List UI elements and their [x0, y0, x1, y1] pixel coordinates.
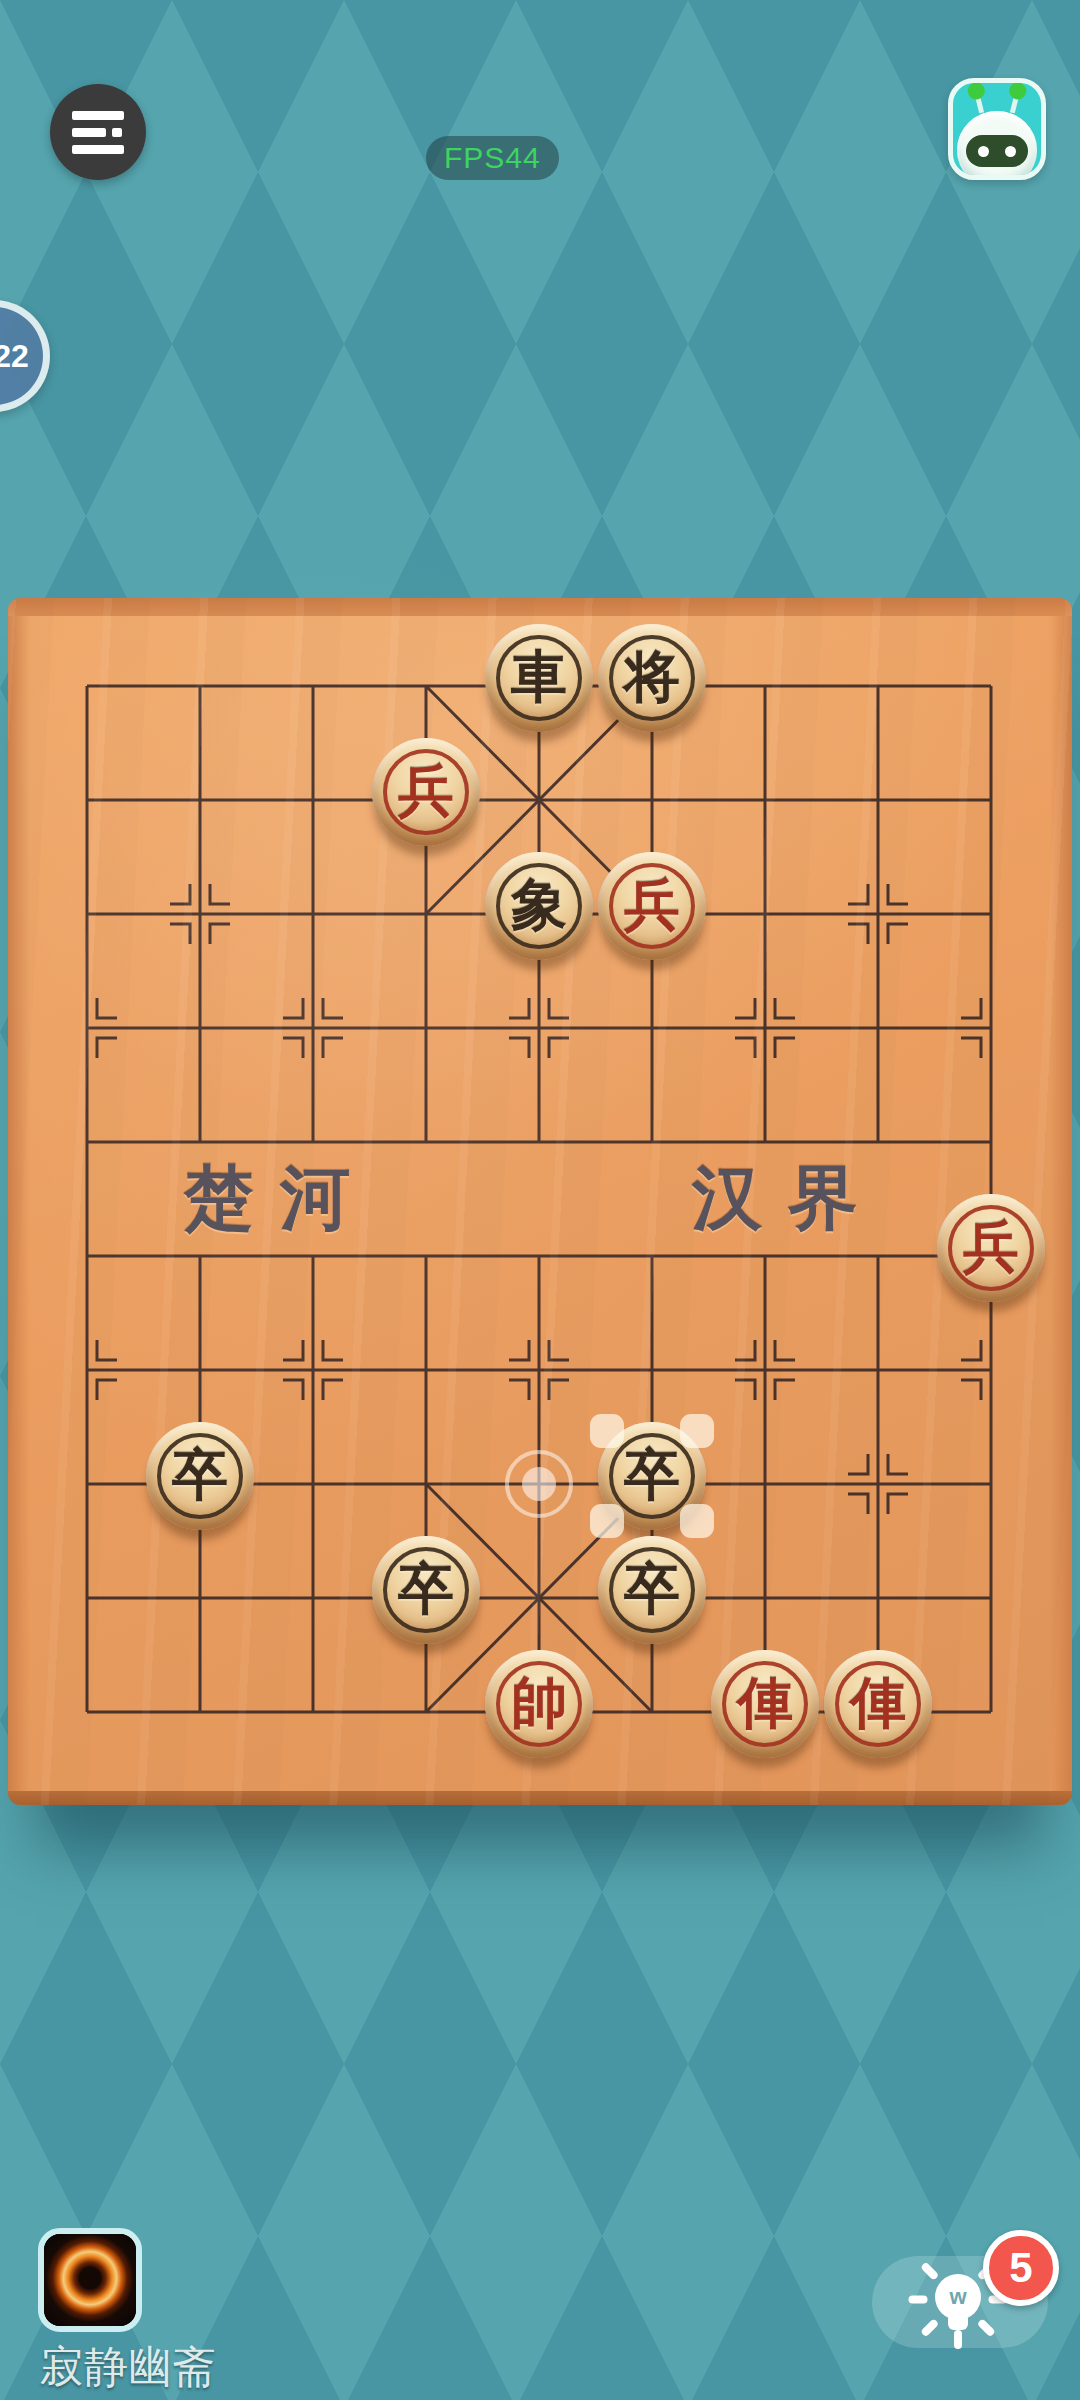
menu-button[interactable]: [50, 84, 146, 180]
robot-visor: [966, 135, 1028, 167]
piece-red-r2c5[interactable]: 兵: [598, 852, 706, 960]
player-name: 寂静幽斋: [40, 2338, 216, 2397]
river-label-left: 楚河: [158, 1152, 376, 1246]
player-avatar[interactable]: [38, 2228, 142, 2332]
last-move-origin-marker: [505, 1450, 573, 1518]
robot-antenna-right: [1010, 95, 1019, 114]
xiangqi-board[interactable]: 楚河 汉界 車将兵象兵兵卒卒卒卒帥俥俥: [8, 598, 1072, 1805]
fps-value: FPS44: [444, 141, 541, 175]
piece-red-r9c7[interactable]: 俥: [824, 1650, 932, 1758]
piece-red-r9c6[interactable]: 俥: [711, 1650, 819, 1758]
robot-antenna-left: [975, 95, 984, 114]
piece-black-r7c5[interactable]: 卒: [598, 1422, 706, 1530]
piece-black-r0c4[interactable]: 車: [485, 624, 593, 732]
fps-counter: FPS44: [426, 136, 559, 180]
piece-black-r0c5[interactable]: 将: [598, 624, 706, 732]
edge-badge-value: 22: [0, 338, 29, 375]
piece-red-r1c3[interactable]: 兵: [372, 738, 480, 846]
hint-count-badge: 5: [983, 2230, 1059, 2306]
river-label-right: 汉界: [666, 1152, 884, 1246]
piece-black-r8c5[interactable]: 卒: [598, 1536, 706, 1644]
ai-robot-button[interactable]: [948, 78, 1046, 180]
edge-badge-22[interactable]: 22: [0, 300, 50, 412]
piece-red-r5c8[interactable]: 兵: [937, 1194, 1045, 1302]
hint-count-value: 5: [1009, 2244, 1032, 2292]
robot-eye-right: [1005, 146, 1016, 157]
piece-black-r7c1[interactable]: 卒: [146, 1422, 254, 1530]
piece-red-r9c4[interactable]: 帥: [485, 1650, 593, 1758]
piece-black-r8c3[interactable]: 卒: [372, 1536, 480, 1644]
hamburger-icon: [72, 111, 124, 154]
robot-eye-left: [978, 146, 989, 157]
piece-black-r2c4[interactable]: 象: [485, 852, 593, 960]
